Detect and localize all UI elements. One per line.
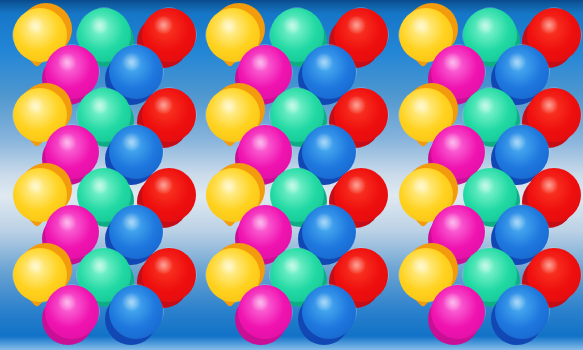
balloon-blue[interactable] (487, 277, 557, 347)
balloon-blue[interactable] (294, 277, 364, 347)
balloon-ball (431, 285, 485, 339)
balloon-blue[interactable] (101, 277, 171, 347)
balloon-ball (238, 285, 292, 339)
board-grid (0, 0, 583, 350)
balloon-magenta[interactable] (423, 277, 493, 347)
balloon-ball (45, 285, 99, 339)
balloon-ball (495, 285, 549, 339)
balloon-ball (109, 285, 163, 339)
balloon-magenta[interactable] (230, 277, 300, 347)
balloon-board (0, 0, 583, 350)
balloon-magenta[interactable] (37, 277, 107, 347)
balloon-ball (302, 285, 356, 339)
